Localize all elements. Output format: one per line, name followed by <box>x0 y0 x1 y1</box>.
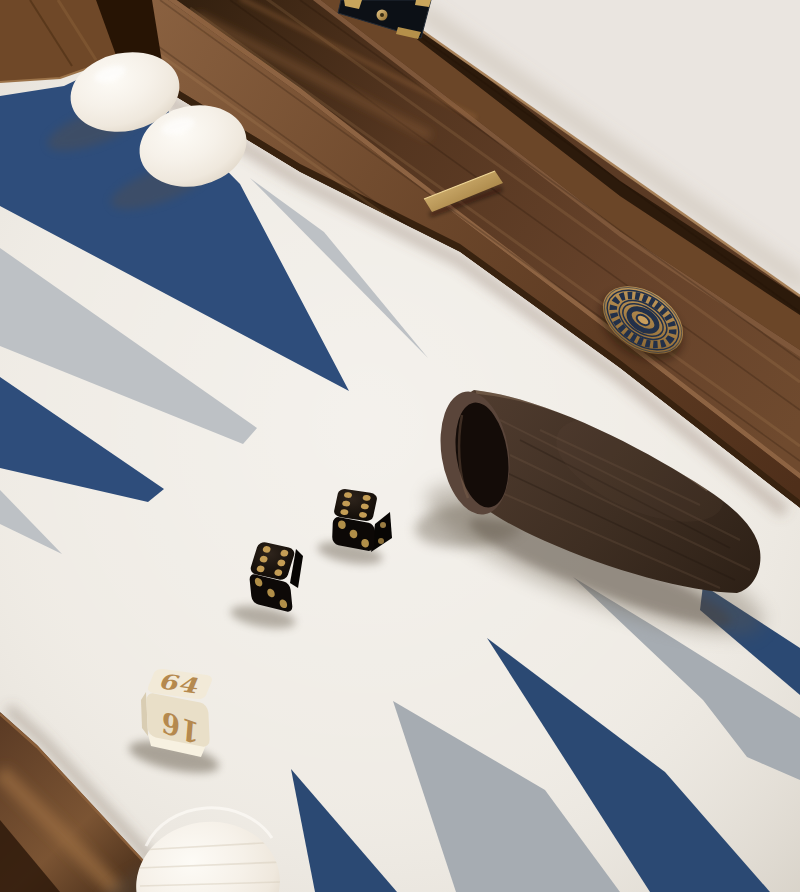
backgammon-board-photo: 16 64 <box>0 0 800 892</box>
board-svg: 16 64 <box>0 0 800 892</box>
die-2-top-face <box>333 488 378 522</box>
